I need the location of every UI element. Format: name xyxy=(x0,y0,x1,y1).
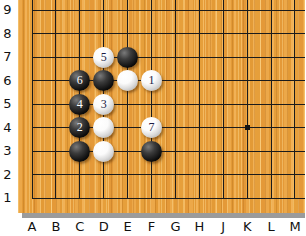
go-board-diagram: 987654321 ABCDEFGHJKLM 5614327 xyxy=(0,0,305,236)
stone-black-F3[interactable] xyxy=(141,141,162,162)
column-label-C: C xyxy=(71,219,89,235)
stone-black-C6[interactable]: 6 xyxy=(69,70,90,91)
grid-vline-G xyxy=(175,0,176,199)
row-label-8: 8 xyxy=(0,26,15,42)
column-label-H: H xyxy=(190,219,208,235)
grid-vline-B xyxy=(55,0,56,199)
stone-black-C4[interactable]: 2 xyxy=(69,117,90,138)
grid-vline-J xyxy=(223,0,224,199)
stone-white-F6[interactable]: 1 xyxy=(141,70,162,91)
stone-black-E7[interactable] xyxy=(117,47,138,68)
row-label-4: 4 xyxy=(0,120,15,136)
row-label-7: 7 xyxy=(0,49,15,65)
move-number-1: 1 xyxy=(141,70,162,91)
grid-hline-9 xyxy=(32,10,306,11)
stone-white-D5[interactable]: 3 xyxy=(93,94,114,115)
grid-vline-K xyxy=(247,0,248,199)
star-point-K4 xyxy=(245,125,250,130)
move-number-7: 7 xyxy=(141,117,162,138)
move-number-3: 3 xyxy=(93,94,114,115)
board-shadow xyxy=(22,213,305,218)
column-label-B: B xyxy=(47,219,65,235)
column-label-A: A xyxy=(23,219,41,235)
column-label-M: M xyxy=(286,219,304,235)
stone-black-C3[interactable] xyxy=(69,141,90,162)
grid-vline-L xyxy=(271,0,272,199)
column-label-L: L xyxy=(262,219,280,235)
move-number-5: 5 xyxy=(93,47,114,68)
row-label-3: 3 xyxy=(0,143,15,159)
move-number-2: 2 xyxy=(69,117,90,138)
stone-black-C5[interactable]: 4 xyxy=(69,94,90,115)
row-label-1: 1 xyxy=(0,190,15,206)
grid-vline-A xyxy=(32,0,33,199)
board-wood[interactable] xyxy=(18,0,305,213)
row-label-2: 2 xyxy=(0,167,15,183)
move-number-6: 6 xyxy=(69,70,90,91)
column-label-J: J xyxy=(214,219,232,235)
stone-white-D7[interactable]: 5 xyxy=(93,47,114,68)
grid-hline-7 xyxy=(32,57,306,58)
grid-vline-H xyxy=(199,0,200,199)
stone-white-E6[interactable] xyxy=(117,70,138,91)
grid-vline-E xyxy=(127,0,128,199)
column-label-G: G xyxy=(166,219,184,235)
grid-vline-M xyxy=(294,0,295,199)
row-label-9: 9 xyxy=(0,2,15,18)
grid-hline-8 xyxy=(32,33,306,34)
grid-hline-2 xyxy=(32,174,306,175)
grid-hline-1 xyxy=(32,198,306,199)
stone-white-F4[interactable]: 7 xyxy=(141,117,162,138)
stone-white-D3[interactable] xyxy=(93,141,114,162)
column-label-F: F xyxy=(143,219,161,235)
column-label-K: K xyxy=(238,219,256,235)
row-label-6: 6 xyxy=(0,73,15,89)
row-label-5: 5 xyxy=(0,96,15,112)
column-label-D: D xyxy=(95,219,113,235)
column-label-E: E xyxy=(119,219,137,235)
move-number-4: 4 xyxy=(69,94,90,115)
grid-vline-F xyxy=(151,0,152,199)
